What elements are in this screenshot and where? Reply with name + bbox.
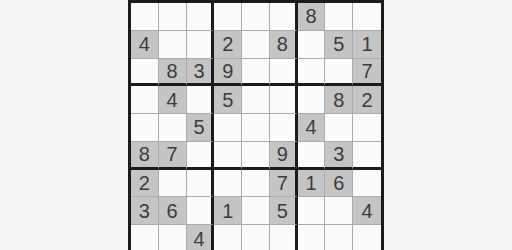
cell-r9c2[interactable] [159, 225, 187, 250]
cell-r8c4[interactable]: 1 [214, 197, 242, 225]
cell-r9c8[interactable] [325, 225, 353, 250]
cell-r1c2[interactable] [159, 3, 187, 31]
cell-r1c7[interactable]: 8 [298, 3, 326, 31]
cell-r4c9[interactable]: 2 [353, 86, 381, 114]
cell-r9c5[interactable] [242, 225, 270, 250]
cell-r3c1[interactable] [131, 59, 159, 87]
cell-r2c7[interactable] [298, 31, 326, 59]
cell-r7c2[interactable] [159, 170, 187, 198]
cell-r1c4[interactable] [214, 3, 242, 31]
cell-r1c9[interactable] [353, 3, 381, 31]
cell-r2c3[interactable] [187, 31, 215, 59]
cell-r6c9[interactable] [353, 142, 381, 170]
cell-r3c5[interactable] [242, 59, 270, 87]
sudoku-board: 842851839745825487932716361544 [128, 0, 384, 250]
cell-r6c4[interactable] [214, 142, 242, 170]
cell-r9c3[interactable]: 4 [187, 225, 215, 250]
page-background: 842851839745825487932716361544 [0, 0, 512, 250]
cell-r8c5[interactable] [242, 197, 270, 225]
cell-r3c2[interactable]: 8 [159, 59, 187, 87]
cell-r6c1[interactable]: 8 [131, 142, 159, 170]
cell-r5c7[interactable]: 4 [298, 114, 326, 142]
cell-r2c5[interactable] [242, 31, 270, 59]
cell-r9c9[interactable] [353, 225, 381, 250]
cell-r1c8[interactable] [325, 3, 353, 31]
cell-r9c7[interactable] [298, 225, 326, 250]
cell-r6c8[interactable]: 3 [325, 142, 353, 170]
cell-r9c1[interactable] [131, 225, 159, 250]
cell-r5c8[interactable] [325, 114, 353, 142]
cell-r8c3[interactable] [187, 197, 215, 225]
cell-r7c3[interactable] [187, 170, 215, 198]
cell-r4c6[interactable] [270, 86, 298, 114]
cell-r7c7[interactable]: 1 [298, 170, 326, 198]
cell-r3c8[interactable] [325, 59, 353, 87]
cell-r6c3[interactable] [187, 142, 215, 170]
cell-r4c7[interactable] [298, 86, 326, 114]
cell-r7c1[interactable]: 2 [131, 170, 159, 198]
cell-r5c5[interactable] [242, 114, 270, 142]
cell-r7c9[interactable] [353, 170, 381, 198]
cell-r7c4[interactable] [214, 170, 242, 198]
cell-r3c7[interactable] [298, 59, 326, 87]
cell-r8c8[interactable] [325, 197, 353, 225]
cell-r2c6[interactable]: 8 [270, 31, 298, 59]
cell-r4c4[interactable]: 5 [214, 86, 242, 114]
cell-r3c3[interactable]: 3 [187, 59, 215, 87]
cell-r2c1[interactable]: 4 [131, 31, 159, 59]
cell-r5c3[interactable]: 5 [187, 114, 215, 142]
cell-r2c9[interactable]: 1 [353, 31, 381, 59]
cell-r8c1[interactable]: 3 [131, 197, 159, 225]
cell-r4c5[interactable] [242, 86, 270, 114]
cell-r6c7[interactable] [298, 142, 326, 170]
cell-r8c2[interactable]: 6 [159, 197, 187, 225]
cell-r2c8[interactable]: 5 [325, 31, 353, 59]
cell-r5c2[interactable] [159, 114, 187, 142]
cell-r1c5[interactable] [242, 3, 270, 31]
cell-r7c6[interactable]: 7 [270, 170, 298, 198]
cell-r8c6[interactable]: 5 [270, 197, 298, 225]
cell-r6c2[interactable]: 7 [159, 142, 187, 170]
cell-r2c4[interactable]: 2 [214, 31, 242, 59]
cell-r7c8[interactable]: 6 [325, 170, 353, 198]
cell-r4c1[interactable] [131, 86, 159, 114]
cell-r4c3[interactable] [187, 86, 215, 114]
cell-r7c5[interactable] [242, 170, 270, 198]
cell-r6c6[interactable]: 9 [270, 142, 298, 170]
cell-r8c9[interactable]: 4 [353, 197, 381, 225]
cell-r9c6[interactable] [270, 225, 298, 250]
cell-r1c1[interactable] [131, 3, 159, 31]
cell-r9c4[interactable] [214, 225, 242, 250]
cell-r1c6[interactable] [270, 3, 298, 31]
cell-r6c5[interactable] [242, 142, 270, 170]
cell-r5c1[interactable] [131, 114, 159, 142]
cell-r3c6[interactable] [270, 59, 298, 87]
cell-r2c2[interactable] [159, 31, 187, 59]
cell-r8c7[interactable] [298, 197, 326, 225]
cell-r5c4[interactable] [214, 114, 242, 142]
cell-r1c3[interactable] [187, 3, 215, 31]
cell-r4c2[interactable]: 4 [159, 86, 187, 114]
cell-r5c9[interactable] [353, 114, 381, 142]
cell-r5c6[interactable] [270, 114, 298, 142]
cell-r3c4[interactable]: 9 [214, 59, 242, 87]
cell-r3c9[interactable]: 7 [353, 59, 381, 87]
cell-r4c8[interactable]: 8 [325, 86, 353, 114]
